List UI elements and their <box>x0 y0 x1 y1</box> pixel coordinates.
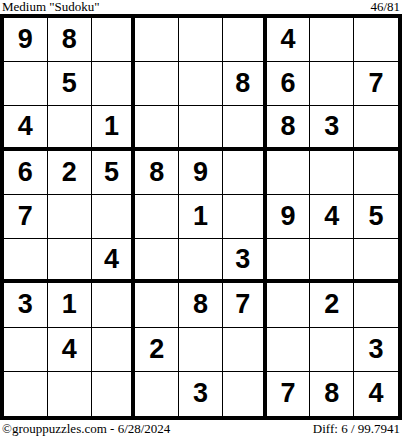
header: Medium "Sudoku" 46/81 <box>0 0 402 14</box>
cell-r1c7[interactable]: 4 <box>267 18 311 62</box>
cell-r4c7[interactable] <box>267 151 311 195</box>
cell-r4c5[interactable]: 9 <box>179 151 223 195</box>
cell-r7c5[interactable]: 8 <box>179 283 223 327</box>
cell-r1c5[interactable] <box>179 18 223 62</box>
cell-r6c4[interactable] <box>135 239 179 283</box>
cell-r7c1[interactable]: 3 <box>4 283 48 327</box>
cell-r6c6[interactable]: 3 <box>223 239 267 283</box>
cell-counter: 46/81 <box>370 0 400 14</box>
cell-r8c3[interactable] <box>92 328 136 372</box>
cell-r3c3[interactable]: 1 <box>92 106 136 150</box>
cell-r8c4[interactable]: 2 <box>135 328 179 372</box>
cell-r8c5[interactable] <box>179 328 223 372</box>
cell-r1c2[interactable]: 8 <box>48 18 92 62</box>
cell-r6c5[interactable] <box>179 239 223 283</box>
cell-r2c8[interactable] <box>310 62 354 106</box>
cell-r6c9[interactable] <box>354 239 398 283</box>
cell-r4c8[interactable] <box>310 151 354 195</box>
sudoku-grid: 98458674183625897194543318724233784 <box>0 14 402 420</box>
cell-r8c2[interactable]: 4 <box>48 328 92 372</box>
cell-r6c8[interactable] <box>310 239 354 283</box>
cell-r1c8[interactable] <box>310 18 354 62</box>
cell-r9c5[interactable]: 3 <box>179 372 223 416</box>
cell-r2c3[interactable] <box>92 62 136 106</box>
cell-r4c1[interactable]: 6 <box>4 151 48 195</box>
cell-r8c8[interactable] <box>310 328 354 372</box>
cell-r3c8[interactable]: 3 <box>310 106 354 150</box>
cell-r9c7[interactable]: 7 <box>267 372 311 416</box>
cell-r9c9[interactable]: 4 <box>354 372 398 416</box>
cell-r4c4[interactable]: 8 <box>135 151 179 195</box>
cell-r2c7[interactable]: 6 <box>267 62 311 106</box>
cell-r5c1[interactable]: 7 <box>4 195 48 239</box>
cell-r2c2[interactable]: 5 <box>48 62 92 106</box>
cell-r7c9[interactable] <box>354 283 398 327</box>
cell-r6c3[interactable]: 4 <box>92 239 136 283</box>
cell-r5c2[interactable] <box>48 195 92 239</box>
cell-r1c1[interactable]: 9 <box>4 18 48 62</box>
cell-r7c2[interactable]: 1 <box>48 283 92 327</box>
cell-r9c6[interactable] <box>223 372 267 416</box>
cell-r4c9[interactable] <box>354 151 398 195</box>
cell-r5c5[interactable]: 1 <box>179 195 223 239</box>
cell-r9c4[interactable] <box>135 372 179 416</box>
cell-r7c3[interactable] <box>92 283 136 327</box>
cell-r9c2[interactable] <box>48 372 92 416</box>
cell-r8c7[interactable] <box>267 328 311 372</box>
cell-r5c3[interactable] <box>92 195 136 239</box>
cell-r6c2[interactable] <box>48 239 92 283</box>
cell-r8c6[interactable] <box>223 328 267 372</box>
cell-r5c6[interactable] <box>223 195 267 239</box>
cell-r7c6[interactable]: 7 <box>223 283 267 327</box>
cell-r7c7[interactable] <box>267 283 311 327</box>
cell-r3c4[interactable] <box>135 106 179 150</box>
cell-r8c1[interactable] <box>4 328 48 372</box>
cell-r5c9[interactable]: 5 <box>354 195 398 239</box>
cell-r3c7[interactable]: 8 <box>267 106 311 150</box>
cell-r3c5[interactable] <box>179 106 223 150</box>
cell-r1c3[interactable] <box>92 18 136 62</box>
cell-r1c6[interactable] <box>223 18 267 62</box>
puzzle-title: Medium "Sudoku" <box>2 0 100 14</box>
cell-r6c7[interactable] <box>267 239 311 283</box>
difficulty-text: Diff: 6 / 99.7941 <box>313 422 400 436</box>
footer: ©grouppuzzles.com - 6/28/2024 Diff: 6 / … <box>0 420 402 437</box>
cell-r2c9[interactable]: 7 <box>354 62 398 106</box>
copyright-text: ©grouppuzzles.com - 6/28/2024 <box>2 422 170 436</box>
cell-r9c1[interactable] <box>4 372 48 416</box>
cell-r7c8[interactable]: 2 <box>310 283 354 327</box>
cell-r6c1[interactable] <box>4 239 48 283</box>
cell-r1c4[interactable] <box>135 18 179 62</box>
cell-r5c7[interactable]: 9 <box>267 195 311 239</box>
cell-r3c9[interactable] <box>354 106 398 150</box>
cell-r4c3[interactable]: 5 <box>92 151 136 195</box>
cell-r9c8[interactable]: 8 <box>310 372 354 416</box>
cell-r8c9[interactable]: 3 <box>354 328 398 372</box>
cell-r5c4[interactable] <box>135 195 179 239</box>
cell-r3c6[interactable] <box>223 106 267 150</box>
cell-r7c4[interactable] <box>135 283 179 327</box>
cell-r2c5[interactable] <box>179 62 223 106</box>
cell-r3c2[interactable] <box>48 106 92 150</box>
cell-r2c6[interactable]: 8 <box>223 62 267 106</box>
cell-r1c9[interactable] <box>354 18 398 62</box>
cell-r4c2[interactable]: 2 <box>48 151 92 195</box>
cell-r5c8[interactable]: 4 <box>310 195 354 239</box>
cell-r2c1[interactable] <box>4 62 48 106</box>
cell-r9c3[interactable] <box>92 372 136 416</box>
cell-r2c4[interactable] <box>135 62 179 106</box>
cell-r4c6[interactable] <box>223 151 267 195</box>
cell-r3c1[interactable]: 4 <box>4 106 48 150</box>
